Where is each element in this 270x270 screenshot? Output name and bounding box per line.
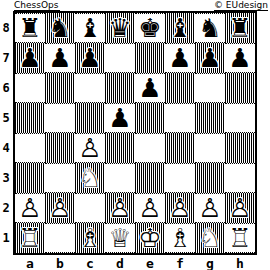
black-rook[interactable]: ♜ <box>15 13 45 43</box>
rank-label-6: 6 <box>0 73 12 103</box>
square-b4[interactable] <box>45 133 75 163</box>
square-a7[interactable]: ♟ <box>15 43 45 73</box>
square-h8[interactable]: ♜ <box>225 13 255 43</box>
square-b3[interactable] <box>45 163 75 193</box>
square-g3[interactable] <box>195 163 225 193</box>
file-label-b: b <box>45 257 75 270</box>
square-h6[interactable] <box>225 73 255 103</box>
square-d6[interactable] <box>105 73 135 103</box>
rank-label-8: 8 <box>0 13 12 43</box>
square-b2[interactable]: ♟♙ <box>45 193 75 223</box>
square-h5[interactable] <box>225 103 255 133</box>
black-pawn[interactable]: ♟ <box>45 43 75 73</box>
rank-label-3: 3 <box>0 163 12 193</box>
white-pawn[interactable]: ♟♙ <box>15 193 45 223</box>
square-c6[interactable] <box>75 73 105 103</box>
square-d7[interactable] <box>105 43 135 73</box>
square-a3[interactable] <box>15 163 45 193</box>
file-label-g: g <box>195 257 225 270</box>
square-d4[interactable] <box>105 133 135 163</box>
square-e6[interactable]: ♟ <box>135 73 165 103</box>
square-c4[interactable]: ♟♙ <box>75 133 105 163</box>
square-g8[interactable]: ♞ <box>195 13 225 43</box>
square-c2[interactable] <box>75 193 105 223</box>
square-d8[interactable]: ♛ <box>105 13 135 43</box>
square-a1[interactable]: ♜♖ <box>15 223 45 253</box>
square-d2[interactable]: ♟♙ <box>105 193 135 223</box>
black-rook[interactable]: ♜ <box>225 13 255 43</box>
square-f5[interactable] <box>165 103 195 133</box>
white-pawn[interactable]: ♟♙ <box>225 193 255 223</box>
white-pawn[interactable]: ♟♙ <box>135 193 165 223</box>
square-e8[interactable]: ♚ <box>135 13 165 43</box>
square-g1[interactable]: ♞♘ <box>195 223 225 253</box>
square-a8[interactable]: ♜ <box>15 13 45 43</box>
credit-text: © EUdesign <box>214 0 268 11</box>
white-bishop[interactable]: ♝♗ <box>165 223 195 253</box>
black-knight[interactable]: ♞ <box>45 13 75 43</box>
square-f2[interactable]: ♟♙ <box>165 193 195 223</box>
file-label-h: h <box>225 257 255 270</box>
square-g6[interactable] <box>195 73 225 103</box>
black-pawn[interactable]: ♟ <box>195 43 225 73</box>
square-c7[interactable]: ♟ <box>75 43 105 73</box>
white-rook[interactable]: ♜♖ <box>15 223 45 253</box>
square-f4[interactable] <box>165 133 195 163</box>
square-c3[interactable]: ♞♘ <box>75 163 105 193</box>
file-label-c: c <box>75 257 105 270</box>
rank-label-7: 7 <box>0 43 12 73</box>
square-b5[interactable] <box>45 103 75 133</box>
square-a6[interactable] <box>15 73 45 103</box>
white-pawn[interactable]: ♟♙ <box>105 193 135 223</box>
square-g2[interactable]: ♟♙ <box>195 193 225 223</box>
rank-label-1: 1 <box>0 223 12 253</box>
black-pawn[interactable]: ♟ <box>75 43 105 73</box>
black-pawn[interactable]: ♟ <box>225 43 255 73</box>
rank-label-4: 4 <box>0 133 12 163</box>
white-bishop[interactable]: ♝♗ <box>75 223 105 253</box>
square-e2[interactable]: ♟♙ <box>135 193 165 223</box>
square-b1[interactable] <box>45 223 75 253</box>
square-f8[interactable]: ♝ <box>165 13 195 43</box>
square-a5[interactable] <box>15 103 45 133</box>
square-a4[interactable] <box>15 133 45 163</box>
square-g4[interactable] <box>195 133 225 163</box>
app-title: ChessOps <box>14 0 60 11</box>
file-label-d: d <box>105 257 135 270</box>
square-f1[interactable]: ♝♗ <box>165 223 195 253</box>
white-pawn[interactable]: ♟♙ <box>165 193 195 223</box>
file-label-e: e <box>135 257 165 270</box>
square-f7[interactable]: ♟ <box>165 43 195 73</box>
square-b7[interactable]: ♟ <box>45 43 75 73</box>
square-c1[interactable]: ♝♗ <box>75 223 105 253</box>
white-rook[interactable]: ♜♖ <box>225 223 255 253</box>
white-queen[interactable]: ♛♕ <box>105 223 135 253</box>
square-h3[interactable] <box>225 163 255 193</box>
white-pawn[interactable]: ♟♙ <box>45 193 75 223</box>
white-pawn[interactable]: ♟♙ <box>75 133 105 163</box>
black-queen[interactable]: ♛ <box>105 13 135 43</box>
square-h2[interactable]: ♟♙ <box>225 193 255 223</box>
file-label-a: a <box>15 257 45 270</box>
rank-label-5: 5 <box>0 103 12 133</box>
black-knight[interactable]: ♞ <box>195 13 225 43</box>
white-knight[interactable]: ♞♘ <box>195 223 225 253</box>
file-label-f: f <box>165 257 195 270</box>
black-pawn[interactable]: ♟ <box>165 43 195 73</box>
square-f3[interactable] <box>165 163 195 193</box>
square-e1[interactable]: ♚♔ <box>135 223 165 253</box>
square-c8[interactable]: ♝ <box>75 13 105 43</box>
square-b8[interactable]: ♞ <box>45 13 75 43</box>
white-pawn[interactable]: ♟♙ <box>195 193 225 223</box>
square-h7[interactable]: ♟ <box>225 43 255 73</box>
square-a2[interactable]: ♟♙ <box>15 193 45 223</box>
black-bishop[interactable]: ♝ <box>165 13 195 43</box>
black-pawn[interactable]: ♟ <box>135 73 165 103</box>
square-g5[interactable] <box>195 103 225 133</box>
square-e4[interactable] <box>135 133 165 163</box>
black-king[interactable]: ♚ <box>135 13 165 43</box>
black-pawn[interactable]: ♟ <box>15 43 45 73</box>
square-g7[interactable]: ♟ <box>195 43 225 73</box>
rank-label-2: 2 <box>0 193 12 223</box>
square-d3[interactable] <box>105 163 135 193</box>
black-pawn[interactable]: ♟ <box>105 103 135 133</box>
white-king[interactable]: ♚♔ <box>135 223 165 253</box>
square-b6[interactable] <box>45 73 75 103</box>
square-e5[interactable] <box>135 103 165 133</box>
black-bishop[interactable]: ♝ <box>75 13 105 43</box>
square-f6[interactable] <box>165 73 195 103</box>
chess-board: ♜♞♝♛♚♝♞♜♟♟♟♟♟♟♟♟♟♙♞♘♟♙♟♙♟♙♟♙♟♙♟♙♟♙♜♖♝♗♛♕… <box>13 11 257 255</box>
square-e3[interactable] <box>135 163 165 193</box>
square-e7[interactable] <box>135 43 165 73</box>
square-c5[interactable] <box>75 103 105 133</box>
square-h1[interactable]: ♜♖ <box>225 223 255 253</box>
square-d5[interactable]: ♟ <box>105 103 135 133</box>
white-knight[interactable]: ♞♘ <box>75 163 105 193</box>
square-h4[interactable] <box>225 133 255 163</box>
square-d1[interactable]: ♛♕ <box>105 223 135 253</box>
